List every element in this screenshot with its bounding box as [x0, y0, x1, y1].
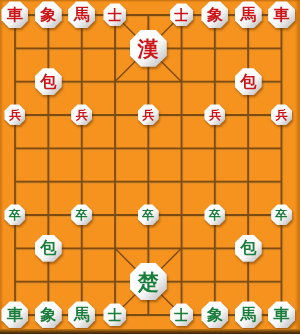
piece-glyph: 馬 — [235, 1, 262, 28]
intersection-f4-r0[interactable] — [132, 0, 165, 32]
piece-cho-soldier[interactable]: 卒 — [204, 204, 225, 225]
intersection-f3-r2[interactable] — [98, 65, 131, 98]
piece-tile: 馬 — [68, 1, 95, 28]
piece-tile: 包 — [235, 235, 262, 262]
intersection-f4-r3[interactable]: 兵 — [132, 98, 165, 131]
piece-tile: 士 — [103, 303, 126, 326]
intersection-f5-r6[interactable] — [165, 198, 198, 231]
piece-glyph: 楚 — [130, 263, 167, 300]
piece-cho-horse[interactable]: 馬 — [68, 301, 95, 328]
piece-han-cannon[interactable]: 包 — [35, 68, 62, 95]
piece-glyph: 卒 — [204, 204, 225, 225]
intersection-f6-r0[interactable]: 象 — [198, 0, 231, 32]
intersection-f1-r3[interactable] — [32, 98, 65, 131]
intersection-f0-r8[interactable] — [0, 265, 32, 298]
intersection-f1-r7[interactable]: 包 — [32, 232, 65, 265]
intersection-f0-r6[interactable]: 卒 — [0, 198, 32, 231]
piece-cho-guard[interactable]: 士 — [103, 303, 126, 326]
intersection-f3-r0[interactable]: 士 — [98, 0, 131, 32]
intersection-f1-r1[interactable] — [32, 32, 65, 65]
board-bottom-edge — [0, 329, 300, 334]
intersection-f2-r4[interactable] — [65, 132, 98, 165]
intersection-f3-r1[interactable] — [98, 32, 131, 65]
piece-han-horse[interactable]: 馬 — [68, 1, 95, 28]
intersection-f1-r5[interactable] — [32, 165, 65, 198]
intersection-f5-r4[interactable] — [165, 132, 198, 165]
piece-tile: 漢 — [130, 30, 167, 67]
piece-glyph: 車 — [268, 301, 295, 328]
piece-tile: 車 — [268, 1, 295, 28]
piece-glyph: 卒 — [4, 204, 25, 225]
piece-tile: 士 — [170, 3, 193, 26]
piece-han-guard[interactable]: 士 — [170, 3, 193, 26]
board-grid: 車象馬士士象馬車漢包包兵兵兵兵兵卒卒卒卒卒包包楚車象馬士士象馬車 — [0, 0, 298, 332]
piece-han-soldier[interactable]: 兵 — [204, 104, 225, 125]
intersection-f2-r8[interactable] — [65, 265, 98, 298]
intersection-f2-r3[interactable]: 兵 — [65, 98, 98, 131]
intersection-f1-r4[interactable] — [32, 132, 65, 165]
intersection-f3-r3[interactable] — [98, 98, 131, 131]
piece-glyph: 兵 — [71, 104, 92, 125]
piece-tile: 士 — [170, 303, 193, 326]
intersection-f6-r1[interactable] — [198, 32, 231, 65]
intersection-f0-r1[interactable] — [0, 32, 32, 65]
intersection-f7-r0[interactable]: 馬 — [232, 0, 265, 32]
piece-han-soldier[interactable]: 兵 — [4, 104, 25, 125]
piece-han-elephant[interactable]: 象 — [35, 1, 62, 28]
intersection-f6-r3[interactable]: 兵 — [198, 98, 231, 131]
piece-glyph: 馬 — [235, 301, 262, 328]
piece-glyph: 象 — [201, 1, 228, 28]
piece-glyph: 士 — [170, 3, 193, 26]
piece-glyph: 車 — [1, 301, 28, 328]
intersection-f5-r3[interactable] — [165, 98, 198, 131]
intersection-f1-r9[interactable]: 象 — [32, 298, 65, 331]
intersection-f4-r9[interactable] — [132, 298, 165, 331]
piece-han-soldier[interactable]: 兵 — [71, 104, 92, 125]
intersection-f2-r0[interactable]: 馬 — [65, 0, 98, 32]
intersection-f7-r3[interactable] — [232, 98, 265, 131]
intersection-f2-r1[interactable] — [65, 32, 98, 65]
piece-glyph: 卒 — [71, 204, 92, 225]
intersection-f6-r2[interactable] — [198, 65, 231, 98]
intersection-f8-r1[interactable] — [265, 32, 298, 65]
piece-tile: 象 — [35, 301, 62, 328]
intersection-f8-r7[interactable] — [265, 232, 298, 265]
piece-glyph: 包 — [35, 68, 62, 95]
intersection-f2-r7[interactable] — [65, 232, 98, 265]
piece-glyph: 象 — [201, 301, 228, 328]
intersection-f0-r4[interactable] — [0, 132, 32, 165]
intersection-f7-r4[interactable] — [232, 132, 265, 165]
intersection-f7-r2[interactable]: 包 — [232, 65, 265, 98]
piece-han-king[interactable]: 漢 — [130, 30, 167, 67]
intersection-f4-r1[interactable]: 漢 — [132, 32, 165, 65]
piece-cho-guard[interactable]: 士 — [170, 303, 193, 326]
piece-tile: 象 — [201, 301, 228, 328]
piece-glyph: 士 — [103, 303, 126, 326]
piece-tile: 兵 — [138, 104, 159, 125]
piece-tile: 卒 — [71, 204, 92, 225]
piece-han-chariot[interactable]: 車 — [268, 1, 295, 28]
intersection-f2-r6[interactable]: 卒 — [65, 198, 98, 231]
intersection-f1-r2[interactable]: 包 — [32, 65, 65, 98]
piece-tile: 車 — [1, 1, 28, 28]
piece-tile: 馬 — [68, 301, 95, 328]
intersection-f4-r8[interactable]: 楚 — [132, 265, 165, 298]
intersection-f6-r4[interactable] — [198, 132, 231, 165]
piece-tile: 兵 — [4, 104, 25, 125]
intersection-f8-r4[interactable] — [265, 132, 298, 165]
piece-glyph: 象 — [35, 1, 62, 28]
intersection-f7-r7[interactable]: 包 — [232, 232, 265, 265]
piece-tile: 象 — [35, 1, 62, 28]
piece-tile: 兵 — [271, 104, 292, 125]
intersection-f8-r3[interactable]: 兵 — [265, 98, 298, 131]
piece-glyph: 馬 — [68, 301, 95, 328]
piece-tile: 卒 — [4, 204, 25, 225]
intersection-f6-r6[interactable]: 卒 — [198, 198, 231, 231]
piece-glyph: 包 — [235, 68, 262, 95]
intersection-f5-r9[interactable]: 士 — [165, 298, 198, 331]
piece-glyph: 車 — [1, 1, 28, 28]
piece-glyph: 卒 — [138, 204, 159, 225]
intersection-f8-r8[interactable] — [265, 265, 298, 298]
piece-han-cannon[interactable]: 包 — [235, 68, 262, 95]
intersection-f5-r1[interactable] — [165, 32, 198, 65]
piece-cho-elephant[interactable]: 象 — [35, 301, 62, 328]
piece-cho-chariot[interactable]: 車 — [268, 301, 295, 328]
intersection-f7-r8[interactable] — [232, 265, 265, 298]
intersection-f0-r5[interactable] — [0, 165, 32, 198]
intersection-f5-r2[interactable] — [165, 65, 198, 98]
intersection-f4-r6[interactable]: 卒 — [132, 198, 165, 231]
piece-glyph: 士 — [103, 3, 126, 26]
piece-han-soldier[interactable]: 兵 — [138, 104, 159, 125]
intersection-f3-r4[interactable] — [98, 132, 131, 165]
intersection-f3-r7[interactable] — [98, 232, 131, 265]
piece-han-soldier[interactable]: 兵 — [271, 104, 292, 125]
piece-tile: 楚 — [130, 263, 167, 300]
intersection-f0-r0[interactable]: 車 — [0, 0, 32, 32]
piece-cho-cannon[interactable]: 包 — [35, 235, 62, 262]
piece-glyph: 馬 — [68, 1, 95, 28]
intersection-f3-r6[interactable] — [98, 198, 131, 231]
janggi-board[interactable]: 車象馬士士象馬車漢包包兵兵兵兵兵卒卒卒卒卒包包楚車象馬士士象馬車 — [0, 0, 300, 334]
intersection-f7-r6[interactable] — [232, 198, 265, 231]
intersection-f8-r0[interactable]: 車 — [265, 0, 298, 32]
piece-tile: 包 — [235, 68, 262, 95]
intersection-f5-r8[interactable] — [165, 265, 198, 298]
piece-tile: 馬 — [235, 301, 262, 328]
piece-glyph: 車 — [268, 1, 295, 28]
piece-cho-chariot[interactable]: 車 — [1, 301, 28, 328]
intersection-f8-r9[interactable]: 車 — [265, 298, 298, 331]
intersection-f5-r0[interactable]: 士 — [165, 0, 198, 32]
piece-glyph: 包 — [235, 235, 262, 262]
piece-cho-soldier[interactable]: 卒 — [4, 204, 25, 225]
intersection-f8-r5[interactable] — [265, 165, 298, 198]
intersection-f7-r1[interactable] — [232, 32, 265, 65]
piece-cho-cannon[interactable]: 包 — [235, 235, 262, 262]
piece-han-horse[interactable]: 馬 — [235, 1, 262, 28]
piece-han-elephant[interactable]: 象 — [201, 1, 228, 28]
piece-tile: 卒 — [204, 204, 225, 225]
piece-tile: 卒 — [138, 204, 159, 225]
intersection-f0-r9[interactable]: 車 — [0, 298, 32, 331]
intersection-f1-r6[interactable] — [32, 198, 65, 231]
intersection-f6-r5[interactable] — [198, 165, 231, 198]
intersection-f8-r6[interactable]: 卒 — [265, 198, 298, 231]
intersection-f3-r8[interactable] — [98, 265, 131, 298]
intersection-f6-r7[interactable] — [198, 232, 231, 265]
piece-han-chariot[interactable]: 車 — [1, 1, 28, 28]
piece-tile: 車 — [1, 301, 28, 328]
piece-tile: 象 — [201, 1, 228, 28]
intersection-f4-r7[interactable] — [132, 232, 165, 265]
piece-glyph: 兵 — [138, 104, 159, 125]
piece-tile: 兵 — [204, 104, 225, 125]
intersection-f0-r3[interactable]: 兵 — [0, 98, 32, 131]
intersection-f3-r9[interactable]: 士 — [98, 298, 131, 331]
intersection-f4-r5[interactable] — [132, 165, 165, 198]
piece-glyph: 漢 — [130, 30, 167, 67]
piece-glyph: 兵 — [4, 104, 25, 125]
piece-cho-horse[interactable]: 馬 — [235, 301, 262, 328]
piece-tile: 士 — [103, 3, 126, 26]
piece-tile: 兵 — [71, 104, 92, 125]
piece-cho-king[interactable]: 楚 — [130, 263, 167, 300]
intersection-f2-r5[interactable] — [65, 165, 98, 198]
intersection-f1-r8[interactable] — [32, 265, 65, 298]
intersection-f3-r5[interactable] — [98, 165, 131, 198]
piece-cho-soldier[interactable]: 卒 — [138, 204, 159, 225]
intersection-f7-r9[interactable]: 馬 — [232, 298, 265, 331]
piece-tile: 車 — [268, 301, 295, 328]
piece-tile: 包 — [35, 235, 62, 262]
piece-cho-elephant[interactable]: 象 — [201, 301, 228, 328]
intersection-f6-r8[interactable] — [198, 265, 231, 298]
piece-glyph: 包 — [35, 235, 62, 262]
piece-tile: 卒 — [271, 204, 292, 225]
piece-cho-soldier[interactable]: 卒 — [271, 204, 292, 225]
intersection-f0-r2[interactable] — [0, 65, 32, 98]
piece-cho-soldier[interactable]: 卒 — [71, 204, 92, 225]
intersection-f2-r9[interactable]: 馬 — [65, 298, 98, 331]
piece-glyph: 兵 — [271, 104, 292, 125]
intersection-f6-r9[interactable]: 象 — [198, 298, 231, 331]
piece-glyph: 士 — [170, 303, 193, 326]
intersection-f8-r2[interactable] — [265, 65, 298, 98]
intersection-f5-r5[interactable] — [165, 165, 198, 198]
piece-glyph: 兵 — [204, 104, 225, 125]
intersection-f4-r4[interactable] — [132, 132, 165, 165]
intersection-f7-r5[interactable] — [232, 165, 265, 198]
piece-glyph: 卒 — [271, 204, 292, 225]
intersection-f0-r7[interactable] — [0, 232, 32, 265]
intersection-f1-r0[interactable]: 象 — [32, 0, 65, 32]
intersection-f5-r7[interactable] — [165, 232, 198, 265]
piece-tile: 馬 — [235, 1, 262, 28]
piece-tile: 包 — [35, 68, 62, 95]
piece-glyph: 象 — [35, 301, 62, 328]
intersection-f4-r2[interactable] — [132, 65, 165, 98]
intersection-f2-r2[interactable] — [65, 65, 98, 98]
piece-han-guard[interactable]: 士 — [103, 3, 126, 26]
